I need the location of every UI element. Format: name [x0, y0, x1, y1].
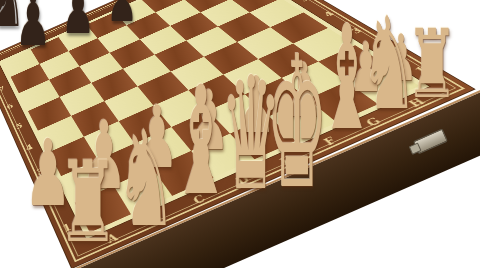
piece-black-pawn-c7[interactable]: ♟	[61, 0, 95, 44]
piece-white-bishop-c1[interactable]: ♝	[170, 66, 232, 216]
piece-black-pawn-d7[interactable]: ♟	[106, 0, 137, 31]
chess-set-photo: ABCDEFGH1122334455667788 ♜♞♝♛♚♝♞♜♟♟♟♟♟♟♟…	[0, 0, 480, 268]
latch-icon[interactable]	[413, 129, 448, 155]
piece-white-knight-b1[interactable]: ♞	[115, 113, 177, 245]
piece-white-rook-a1[interactable]: ♜	[57, 146, 119, 258]
piece-black-pawn-b7[interactable]: ♟	[15, 0, 51, 56]
